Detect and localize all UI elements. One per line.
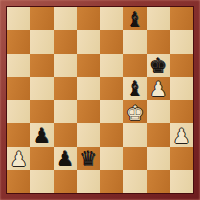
- square-a4[interactable]: [7, 100, 30, 123]
- square-b8[interactable]: [30, 7, 53, 30]
- square-e1[interactable]: [100, 170, 123, 193]
- square-e4[interactable]: [100, 100, 123, 123]
- square-c6[interactable]: [54, 54, 77, 77]
- square-b6[interactable]: [30, 54, 53, 77]
- square-h7[interactable]: [170, 30, 193, 53]
- square-a8[interactable]: [7, 7, 30, 30]
- square-c1[interactable]: [54, 170, 77, 193]
- black-queen: ♛: [79, 149, 97, 169]
- square-g3[interactable]: [147, 123, 170, 146]
- square-h4[interactable]: [170, 100, 193, 123]
- square-d6[interactable]: [77, 54, 100, 77]
- board-frame: ♝♚♝♟♚♟♟♟♟♛: [0, 0, 200, 200]
- black-bishop: ♝: [126, 79, 144, 99]
- square-d1[interactable]: [77, 170, 100, 193]
- square-g4[interactable]: [147, 100, 170, 123]
- white-pawn: ♟: [149, 79, 167, 99]
- square-a5[interactable]: [7, 77, 30, 100]
- square-c8[interactable]: [54, 7, 77, 30]
- square-d3[interactable]: [77, 123, 100, 146]
- square-b3[interactable]: ♟: [30, 123, 53, 146]
- square-a1[interactable]: [7, 170, 30, 193]
- square-c2[interactable]: ♟: [54, 147, 77, 170]
- chess-board: ♝♚♝♟♚♟♟♟♟♛: [6, 6, 194, 194]
- black-pawn: ♟: [56, 149, 74, 169]
- square-g6[interactable]: ♚: [147, 54, 170, 77]
- square-e8[interactable]: [100, 7, 123, 30]
- square-h2[interactable]: [170, 147, 193, 170]
- square-b1[interactable]: [30, 170, 53, 193]
- square-e6[interactable]: [100, 54, 123, 77]
- square-b2[interactable]: [30, 147, 53, 170]
- white-pawn: ♟: [10, 149, 28, 169]
- square-c5[interactable]: [54, 77, 77, 100]
- square-c4[interactable]: [54, 100, 77, 123]
- square-g1[interactable]: [147, 170, 170, 193]
- square-c7[interactable]: [54, 30, 77, 53]
- square-a6[interactable]: [7, 54, 30, 77]
- square-h6[interactable]: [170, 54, 193, 77]
- square-e7[interactable]: [100, 30, 123, 53]
- square-g2[interactable]: [147, 147, 170, 170]
- black-bishop: ♝: [126, 9, 144, 29]
- white-pawn: ♟: [172, 125, 190, 145]
- square-f4[interactable]: ♚: [123, 100, 146, 123]
- square-h5[interactable]: [170, 77, 193, 100]
- black-king: ♚: [149, 56, 167, 76]
- square-f2[interactable]: [123, 147, 146, 170]
- square-h1[interactable]: [170, 170, 193, 193]
- square-a7[interactable]: [7, 30, 30, 53]
- square-f3[interactable]: [123, 123, 146, 146]
- square-f7[interactable]: [123, 30, 146, 53]
- square-b7[interactable]: [30, 30, 53, 53]
- square-f1[interactable]: [123, 170, 146, 193]
- square-f8[interactable]: ♝: [123, 7, 146, 30]
- black-pawn: ♟: [33, 125, 51, 145]
- square-a3[interactable]: [7, 123, 30, 146]
- square-d5[interactable]: [77, 77, 100, 100]
- square-e5[interactable]: [100, 77, 123, 100]
- square-b4[interactable]: [30, 100, 53, 123]
- square-b5[interactable]: [30, 77, 53, 100]
- square-f5[interactable]: ♝: [123, 77, 146, 100]
- square-g7[interactable]: [147, 30, 170, 53]
- square-f6[interactable]: [123, 54, 146, 77]
- square-d2[interactable]: ♛: [77, 147, 100, 170]
- square-e3[interactable]: [100, 123, 123, 146]
- square-d4[interactable]: [77, 100, 100, 123]
- square-d7[interactable]: [77, 30, 100, 53]
- square-d8[interactable]: [77, 7, 100, 30]
- square-h8[interactable]: [170, 7, 193, 30]
- white-king: ♚: [126, 102, 144, 122]
- square-h3[interactable]: ♟: [170, 123, 193, 146]
- square-e2[interactable]: [100, 147, 123, 170]
- square-g8[interactable]: [147, 7, 170, 30]
- square-a2[interactable]: ♟: [7, 147, 30, 170]
- square-c3[interactable]: [54, 123, 77, 146]
- square-g5[interactable]: ♟: [147, 77, 170, 100]
